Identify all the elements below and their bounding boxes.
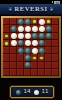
flourish-left-icon: ❦ [8,7,12,12]
board-cell-r3c7[interactable] [45,33,52,40]
board-cell-r4c3[interactable] [17,40,24,47]
board-cell-r8c3[interactable] [17,69,24,76]
black-piece [46,33,52,39]
board-cell-r6c5[interactable] [31,54,38,61]
board-cell-r3c3[interactable] [17,33,24,40]
board-cell-r1c8[interactable] [52,18,59,25]
board-cell-r6c2[interactable] [10,54,17,61]
legal-move-dot[interactable] [5,42,8,45]
app-screen: ❦ REVERSI ❦ 14 11 [0,0,62,100]
reversi-board[interactable] [3,18,59,76]
white-piece [32,26,38,32]
black-piece [25,48,31,54]
legal-move-dot[interactable] [33,20,36,23]
white-score: 11 [42,89,49,95]
black-piece [25,55,31,61]
board-cell-r3c4[interactable] [24,33,31,40]
black-piece [25,19,31,25]
black-score: 14 [24,89,31,95]
board-frame [1,16,61,78]
black-piece [46,26,52,32]
white-piece [18,33,24,39]
board-cell-r1c2[interactable] [10,18,17,25]
board-cell-r7c1[interactable] [3,62,10,69]
board-cell-r1c6[interactable] [38,18,45,25]
black-piece [18,48,24,54]
score-panel: 14 11 [10,86,54,98]
white-piece [32,40,38,46]
board-cell-r8c5[interactable] [31,69,38,76]
legal-move-dot[interactable] [40,57,43,60]
board-cell-r8c1[interactable] [3,69,10,76]
board-cell-r2c8[interactable] [52,25,59,32]
black-score-disc-icon [16,90,21,95]
board-cell-r6c7[interactable] [45,54,52,61]
board-cell-r2c6[interactable] [38,25,45,32]
legal-move-dot[interactable] [5,35,8,38]
white-piece [18,26,24,32]
board-cell-r1c5[interactable] [31,18,38,25]
board-cell-r4c2[interactable] [10,40,17,47]
board-cell-r8c6[interactable] [38,69,45,76]
white-piece [25,26,31,32]
signal-icon [52,1,53,3]
black-piece [11,26,17,32]
board-cell-r2c3[interactable] [17,25,24,32]
board-cell-r3c5[interactable] [31,33,38,40]
board-cell-r7c3[interactable] [17,62,24,69]
board-cell-r5c6[interactable] [38,47,45,54]
board-cell-r7c5[interactable] [31,62,38,69]
board-cell-r7c8[interactable] [52,62,59,69]
board-cell-r5c5[interactable] [31,47,38,54]
board-cell-r6c3[interactable] [17,54,24,61]
board-cell-r6c1[interactable] [3,54,10,61]
black-piece [39,40,45,46]
board-cell-r2c7[interactable] [45,25,52,32]
board-cell-r5c3[interactable] [17,47,24,54]
board-cell-r1c7[interactable] [45,18,52,25]
board-cell-r7c7[interactable] [45,62,52,69]
board-cell-r1c3[interactable] [17,18,24,25]
white-piece [25,40,31,46]
board-cell-r2c5[interactable] [31,25,38,32]
board-cell-r4c8[interactable] [52,40,59,47]
board-cell-r2c1[interactable] [3,25,10,32]
board-cell-r3c1[interactable] [3,33,10,40]
black-piece [25,62,31,68]
black-piece [32,33,38,39]
board-cell-r5c1[interactable] [3,47,10,54]
board-cell-r7c6[interactable] [38,62,45,69]
flourish-right-icon: ❦ [50,7,54,12]
board-cell-r2c4[interactable] [24,25,31,32]
board-cell-r8c7[interactable] [45,69,52,76]
board-cell-r5c4[interactable] [24,47,31,54]
black-piece [18,19,24,25]
board-cell-r4c6[interactable] [38,40,45,47]
app-title: REVERSI [14,6,47,13]
white-score-disc-icon [34,90,39,95]
board-cell-r4c7[interactable] [45,40,52,47]
board-cell-r4c1[interactable] [3,40,10,47]
white-piece [32,48,38,54]
board-cell-r3c8[interactable] [52,33,59,40]
legal-move-dot[interactable] [33,57,36,60]
board-cell-r4c5[interactable] [31,40,38,47]
title-bar: ❦ REVERSI ❦ [0,4,62,15]
white-piece [11,40,17,46]
board-cell-r3c2[interactable] [10,33,17,40]
white-piece [11,33,17,39]
board-cell-r8c8[interactable] [52,69,59,76]
white-piece [39,19,45,25]
board-cell-r1c1[interactable] [3,18,10,25]
board-cell-r7c4[interactable] [24,62,31,69]
white-piece [39,26,45,32]
board-cell-r1c4[interactable] [24,18,31,25]
board-cell-r5c2[interactable] [10,47,17,54]
legal-move-dot[interactable] [47,20,50,23]
board-cell-r6c8[interactable] [52,54,59,61]
board-cell-r8c2[interactable] [10,69,17,76]
board-cell-r2c2[interactable] [10,25,17,32]
black-piece [39,33,45,39]
board-cell-r7c2[interactable] [10,62,17,69]
board-cell-r6c6[interactable] [38,54,45,61]
board-cell-r5c7[interactable] [45,47,52,54]
board-cell-r4c4[interactable] [24,40,31,47]
board-cell-r8c4[interactable] [24,69,31,76]
board-cell-r3c6[interactable] [38,33,45,40]
black-piece [39,48,45,54]
black-piece [18,40,24,46]
board-cell-r5c8[interactable] [52,47,59,54]
white-piece [25,33,31,39]
board-cell-r6c4[interactable] [24,54,31,61]
